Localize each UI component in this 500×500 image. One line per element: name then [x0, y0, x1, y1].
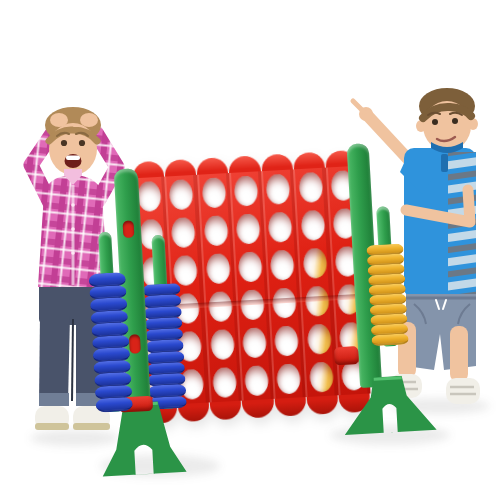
board-cell [229, 171, 263, 211]
board-cell [302, 319, 336, 359]
board-cell [205, 325, 239, 365]
board-cell [263, 207, 297, 247]
empty-hole [274, 325, 299, 356]
board-cell [164, 175, 198, 215]
scallop-bump [242, 399, 274, 419]
disc-ring-blue[interactable] [95, 397, 133, 413]
scallop-bump [210, 401, 242, 421]
board-cell [295, 206, 329, 246]
board-cell [199, 211, 233, 251]
board-cell [270, 321, 304, 361]
board-cell [237, 323, 271, 363]
empty-hole [309, 362, 334, 393]
empty-hole [307, 324, 332, 355]
empty-hole [242, 327, 267, 358]
scallop-bump [293, 152, 325, 170]
empty-hole [266, 174, 291, 205]
empty-hole [302, 248, 327, 279]
board-cell [265, 245, 299, 285]
board-cell [239, 361, 273, 401]
empty-hole [206, 253, 231, 284]
empty-hole [169, 179, 194, 210]
empty-hole [268, 212, 293, 243]
board-cell [272, 359, 306, 399]
release-slider-right[interactable] [334, 346, 359, 365]
scallop-bump [274, 397, 306, 417]
scallop-bump [228, 155, 260, 173]
disc-rings [366, 244, 409, 346]
empty-hole [204, 215, 229, 246]
board-cell [293, 168, 327, 208]
board-cell [304, 357, 338, 397]
scallop-bump [261, 153, 293, 171]
empty-hole [298, 172, 323, 203]
post-slot [123, 220, 135, 238]
board-cell [197, 173, 231, 213]
post-slot [129, 334, 141, 354]
disc-ring-yellow[interactable] [371, 333, 409, 346]
scallop-bump [196, 157, 228, 175]
empty-hole [277, 363, 302, 394]
board-cell [233, 247, 267, 287]
frame-foot-right [340, 374, 439, 437]
empty-hole [234, 175, 259, 206]
disc-rings [88, 273, 133, 413]
board-cell [201, 249, 235, 289]
board-cell [207, 363, 241, 403]
scallop-bump [164, 159, 196, 177]
empty-hole [212, 367, 237, 398]
board-cell [298, 243, 332, 283]
scene [0, 0, 500, 500]
empty-hole [201, 177, 226, 208]
empty-hole [210, 329, 235, 360]
disc-stack-right-front [364, 205, 409, 349]
board-cell [231, 209, 265, 249]
empty-hole [236, 213, 261, 244]
empty-hole [244, 365, 269, 396]
scallop-bump [307, 395, 339, 415]
board-cell [261, 169, 295, 209]
empty-hole [300, 210, 325, 241]
connect-four-unit [0, 0, 500, 500]
empty-hole [270, 250, 295, 281]
empty-hole [137, 181, 162, 212]
empty-hole [238, 251, 263, 282]
